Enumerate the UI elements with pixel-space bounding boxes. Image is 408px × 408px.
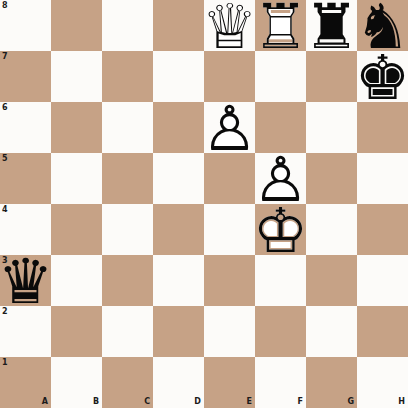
file-label-F: F: [298, 398, 303, 406]
square-f4[interactable]: ♚♔: [255, 204, 306, 255]
square-e6[interactable]: ♟♙: [204, 102, 255, 153]
square-g4[interactable]: [306, 204, 357, 255]
file-label-C: C: [144, 398, 150, 406]
square-d8[interactable]: [153, 0, 204, 51]
square-g1[interactable]: G: [306, 357, 357, 408]
queen-solid-glyph: ♛: [0, 257, 51, 306]
square-d7[interactable]: [153, 51, 204, 102]
white-rook-f8[interactable]: ♜♖: [255, 0, 306, 51]
square-b8[interactable]: [51, 0, 102, 51]
square-c6[interactable]: [102, 102, 153, 153]
square-c3[interactable]: [102, 255, 153, 306]
square-f6[interactable]: [255, 102, 306, 153]
square-f1[interactable]: F: [255, 357, 306, 408]
white-pawn-e6[interactable]: ♟♙: [204, 102, 255, 153]
square-h1[interactable]: H: [357, 357, 408, 408]
square-e8[interactable]: ♛♕: [204, 0, 255, 51]
white-pawn-f5[interactable]: ♟♙: [255, 153, 306, 204]
square-h2[interactable]: [357, 306, 408, 357]
rank-label-8: 8: [2, 2, 8, 10]
square-f7[interactable]: [255, 51, 306, 102]
square-a3[interactable]: 3♛: [0, 255, 51, 306]
square-h8[interactable]: ♞: [357, 0, 408, 51]
square-f2[interactable]: [255, 306, 306, 357]
pawn-fill-glyph: ♟: [204, 104, 255, 153]
rook-fill-glyph: ♜: [255, 2, 306, 51]
rank-label-1: 1: [2, 359, 8, 367]
square-a2[interactable]: 2: [0, 306, 51, 357]
queen-fill-glyph: ♛: [204, 2, 255, 51]
white-queen-e8[interactable]: ♛♕: [204, 0, 255, 51]
knight-solid-glyph: ♞: [357, 2, 408, 51]
black-knight-h8[interactable]: ♞: [357, 0, 408, 51]
pawn-outline-glyph: ♙: [204, 104, 255, 153]
square-e1[interactable]: E: [204, 357, 255, 408]
square-c8[interactable]: [102, 0, 153, 51]
square-d3[interactable]: [153, 255, 204, 306]
square-d2[interactable]: [153, 306, 204, 357]
square-a8[interactable]: 8: [0, 0, 51, 51]
file-label-H: H: [398, 398, 405, 406]
file-label-B: B: [93, 398, 99, 406]
pawn-outline-glyph: ♙: [255, 155, 306, 204]
square-b4[interactable]: [51, 204, 102, 255]
square-h6[interactable]: [357, 102, 408, 153]
square-a6[interactable]: 6: [0, 102, 51, 153]
square-h7[interactable]: ♚: [357, 51, 408, 102]
rank-label-4: 4: [2, 206, 8, 214]
king-fill-glyph: ♚: [255, 206, 306, 255]
king-outline-glyph: ♔: [255, 206, 306, 255]
square-c7[interactable]: [102, 51, 153, 102]
rook-solid-glyph: ♜: [306, 2, 357, 51]
file-label-E: E: [247, 398, 252, 406]
square-g5[interactable]: [306, 153, 357, 204]
chess-board: 8♛♕♜♖♜♞7♚6♟♙5♟♙4♚♔3♛21ABCDEFGH: [0, 0, 408, 408]
square-g8[interactable]: ♜: [306, 0, 357, 51]
square-e5[interactable]: [204, 153, 255, 204]
square-e4[interactable]: [204, 204, 255, 255]
square-d5[interactable]: [153, 153, 204, 204]
king-solid-glyph: ♚: [357, 53, 408, 102]
file-label-A: A: [42, 398, 48, 406]
square-g6[interactable]: [306, 102, 357, 153]
square-c4[interactable]: [102, 204, 153, 255]
square-h4[interactable]: [357, 204, 408, 255]
square-c1[interactable]: C: [102, 357, 153, 408]
black-rook-g8[interactable]: ♜: [306, 0, 357, 51]
square-b2[interactable]: [51, 306, 102, 357]
file-label-G: G: [347, 398, 354, 406]
queen-outline-glyph: ♕: [204, 2, 255, 51]
square-d6[interactable]: [153, 102, 204, 153]
rank-label-5: 5: [2, 155, 8, 163]
square-b6[interactable]: [51, 102, 102, 153]
square-h3[interactable]: [357, 255, 408, 306]
rook-outline-glyph: ♖: [255, 2, 306, 51]
square-e3[interactable]: [204, 255, 255, 306]
square-g7[interactable]: [306, 51, 357, 102]
square-a5[interactable]: 5: [0, 153, 51, 204]
square-b7[interactable]: [51, 51, 102, 102]
square-d4[interactable]: [153, 204, 204, 255]
square-e7[interactable]: [204, 51, 255, 102]
square-e2[interactable]: [204, 306, 255, 357]
square-c5[interactable]: [102, 153, 153, 204]
square-b3[interactable]: [51, 255, 102, 306]
square-a4[interactable]: 4: [0, 204, 51, 255]
white-king-f4[interactable]: ♚♔: [255, 204, 306, 255]
square-a7[interactable]: 7: [0, 51, 51, 102]
black-queen-a3[interactable]: ♛: [0, 255, 51, 306]
square-d1[interactable]: D: [153, 357, 204, 408]
square-b1[interactable]: B: [51, 357, 102, 408]
rank-label-2: 2: [2, 308, 8, 316]
square-f5[interactable]: ♟♙: [255, 153, 306, 204]
square-c2[interactable]: [102, 306, 153, 357]
square-a1[interactable]: 1A: [0, 357, 51, 408]
square-g3[interactable]: [306, 255, 357, 306]
pawn-fill-glyph: ♟: [255, 155, 306, 204]
rank-label-6: 6: [2, 104, 8, 112]
file-label-D: D: [194, 398, 201, 406]
square-f8[interactable]: ♜♖: [255, 0, 306, 51]
square-b5[interactable]: [51, 153, 102, 204]
black-king-h7[interactable]: ♚: [357, 51, 408, 102]
square-f3[interactable]: [255, 255, 306, 306]
rank-label-7: 7: [2, 53, 8, 61]
square-g2[interactable]: [306, 306, 357, 357]
square-h5[interactable]: [357, 153, 408, 204]
